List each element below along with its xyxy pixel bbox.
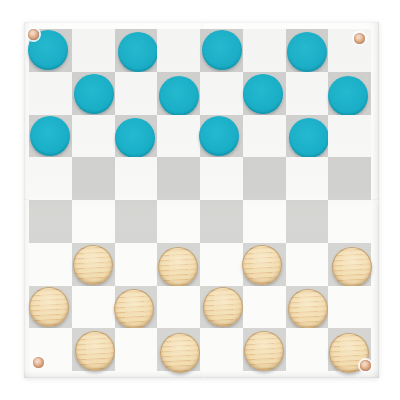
board-square[interactable] [200,286,243,329]
board-square[interactable] [286,157,329,200]
board-square[interactable] [115,72,158,115]
board-square[interactable] [243,286,286,329]
board-square[interactable] [328,115,371,158]
board-square[interactable] [29,286,72,329]
board-square[interactable] [200,29,243,72]
board-square[interactable] [328,157,371,200]
board-square[interactable] [200,328,243,371]
board-square[interactable] [115,157,158,200]
board-square[interactable] [328,200,371,243]
board-square[interactable] [243,200,286,243]
checker-piece-wood[interactable] [158,247,198,287]
board-square[interactable] [328,243,371,286]
board-square[interactable] [200,200,243,243]
checker-piece-wood[interactable] [203,287,243,327]
board-square[interactable] [286,115,329,158]
checker-piece-wood[interactable] [244,331,284,371]
checker-piece-wood[interactable] [288,289,328,329]
checker-piece-wood[interactable] [332,247,372,287]
checker-piece-blue[interactable] [74,74,114,114]
board-square[interactable] [243,115,286,158]
board-square[interactable] [72,328,115,371]
checker-piece-blue[interactable] [30,116,70,156]
board-square[interactable] [157,328,200,371]
board-square[interactable] [200,115,243,158]
board-square[interactable] [286,29,329,72]
board-square[interactable] [200,243,243,286]
board-square[interactable] [157,115,200,158]
checker-piece-blue[interactable] [287,32,327,72]
checker-piece-wood[interactable] [29,287,69,327]
checker-piece-blue[interactable] [115,118,155,158]
grommet-bottom-left [33,357,44,368]
photo-background [0,0,400,400]
board-square[interactable] [243,243,286,286]
board-square[interactable] [157,243,200,286]
checker-piece-blue[interactable] [118,32,158,72]
checker-piece-blue[interactable] [199,116,239,156]
checker-piece-wood[interactable] [75,331,115,371]
board-square[interactable] [200,72,243,115]
grommet-top-right [354,33,365,44]
board-square[interactable] [72,243,115,286]
board-square[interactable] [328,286,371,329]
board-square[interactable] [115,200,158,243]
board-square[interactable] [157,29,200,72]
board-square[interactable] [29,115,72,158]
board-square[interactable] [29,157,72,200]
board-square[interactable] [328,72,371,115]
board-square[interactable] [72,286,115,329]
board-square[interactable] [29,200,72,243]
checker-piece-wood[interactable] [160,333,200,373]
grommet-top-left [28,29,39,40]
board-square[interactable] [115,328,158,371]
board-square[interactable] [115,115,158,158]
board-square[interactable] [243,72,286,115]
board [29,29,371,371]
checker-piece-blue[interactable] [243,74,283,114]
checker-piece-blue[interactable] [159,76,199,116]
board-square[interactable] [286,72,329,115]
board-square[interactable] [29,243,72,286]
board-square[interactable] [243,328,286,371]
board-square[interactable] [157,72,200,115]
board-square[interactable] [29,72,72,115]
checker-piece-wood[interactable] [114,289,154,329]
board-square[interactable] [115,286,158,329]
board-square[interactable] [72,115,115,158]
board-square[interactable] [115,29,158,72]
board-square[interactable] [286,243,329,286]
board-square[interactable] [286,328,329,371]
board-square[interactable] [115,243,158,286]
board-square[interactable] [72,29,115,72]
board-square[interactable] [72,200,115,243]
checker-piece-blue[interactable] [202,30,242,70]
board-square[interactable] [157,286,200,329]
board-square[interactable] [157,157,200,200]
grommet-bottom-right [360,360,371,371]
board-square[interactable] [157,200,200,243]
board-square[interactable] [286,200,329,243]
board-square[interactable] [72,72,115,115]
checker-piece-wood[interactable] [242,245,282,285]
board-square[interactable] [243,29,286,72]
checker-piece-wood[interactable] [73,245,113,285]
board-square[interactable] [286,286,329,329]
checker-piece-blue[interactable] [289,118,329,158]
board-square[interactable] [200,157,243,200]
board-square[interactable] [72,157,115,200]
board-square[interactable] [243,157,286,200]
checker-piece-blue[interactable] [328,76,368,116]
